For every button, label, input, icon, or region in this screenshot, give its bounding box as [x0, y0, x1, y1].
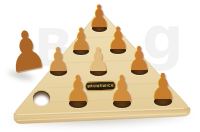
skittle-pin[interactable]: ♟ — [107, 23, 129, 54]
brand-badge-text: BRUNSWICK — [86, 81, 115, 90]
brand-badge: BRUNSWICK — [85, 80, 116, 91]
product-photo-scene: B g — [0, 0, 200, 132]
empty-pin-hole[interactable] — [33, 91, 50, 106]
skittle-pin[interactable]: ♟ — [150, 69, 176, 105]
pieces-layer: ♟♟♟♟♟♟♟♟♟♟ — [0, 0, 200, 132]
off-board-skittle-pin[interactable]: ♟ — [4, 21, 49, 82]
